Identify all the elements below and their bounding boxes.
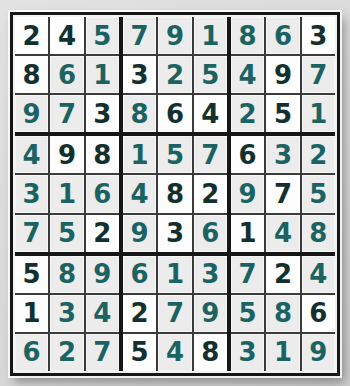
cell-r6c1[interactable]: 7	[15, 215, 48, 252]
cell-r6c7[interactable]: 1	[231, 215, 264, 252]
cell-r5c5[interactable]: 8	[158, 175, 191, 212]
cell-r5c3[interactable]: 6	[86, 175, 119, 212]
cell-r2c9[interactable]: 7	[302, 56, 335, 93]
box-3-2: 613279548	[123, 256, 227, 371]
cell-r9c8[interactable]: 1	[266, 334, 299, 371]
cell-r8c8[interactable]: 8	[266, 295, 299, 332]
cell-r6c3[interactable]: 2	[86, 215, 119, 252]
cell-r3c5[interactable]: 6	[158, 95, 191, 132]
cell-r2c7[interactable]: 4	[231, 56, 264, 93]
cell-r8c3[interactable]: 4	[86, 295, 119, 332]
cell-r1c9[interactable]: 3	[302, 17, 335, 54]
cell-r1c3[interactable]: 5	[86, 17, 119, 54]
cell-r3c9[interactable]: 1	[302, 95, 335, 132]
cell-r7c7[interactable]: 7	[231, 256, 264, 293]
cell-r7c5[interactable]: 1	[158, 256, 191, 293]
box-1-1: 245861973	[15, 17, 119, 132]
cell-r4c4[interactable]: 1	[123, 136, 156, 173]
cell-r1c8[interactable]: 6	[266, 17, 299, 54]
cell-r6c6[interactable]: 6	[194, 215, 227, 252]
cell-r3c6[interactable]: 4	[194, 95, 227, 132]
sudoku-grid: 2458619737913258648634972514983167521574…	[15, 17, 335, 371]
cell-r9c1[interactable]: 6	[15, 334, 48, 371]
cell-r6c5[interactable]: 3	[158, 215, 191, 252]
cell-r2c4[interactable]: 3	[123, 56, 156, 93]
cell-r5c4[interactable]: 4	[123, 175, 156, 212]
cell-r6c4[interactable]: 9	[123, 215, 156, 252]
box-3-3: 724586319	[231, 256, 335, 371]
cell-r4c7[interactable]: 6	[231, 136, 264, 173]
cell-r4c3[interactable]: 8	[86, 136, 119, 173]
cell-r3c8[interactable]: 5	[266, 95, 299, 132]
cell-r9c4[interactable]: 5	[123, 334, 156, 371]
cell-r9c6[interactable]: 8	[194, 334, 227, 371]
cell-r5c1[interactable]: 3	[15, 175, 48, 212]
cell-r8c7[interactable]: 5	[231, 295, 264, 332]
cell-r5c9[interactable]: 5	[302, 175, 335, 212]
cell-r1c7[interactable]: 8	[231, 17, 264, 54]
cell-r1c6[interactable]: 1	[194, 17, 227, 54]
cell-r9c3[interactable]: 7	[86, 334, 119, 371]
cell-r4c8[interactable]: 3	[266, 136, 299, 173]
cell-r7c6[interactable]: 3	[194, 256, 227, 293]
box-2-1: 498316752	[15, 136, 119, 251]
box-2-2: 157482936	[123, 136, 227, 251]
cell-r7c4[interactable]: 6	[123, 256, 156, 293]
box-1-2: 791325864	[123, 17, 227, 132]
cell-r8c6[interactable]: 9	[194, 295, 227, 332]
cell-r9c5[interactable]: 4	[158, 334, 191, 371]
cell-r2c8[interactable]: 9	[266, 56, 299, 93]
cell-r5c6[interactable]: 2	[194, 175, 227, 212]
cell-r5c8[interactable]: 7	[266, 175, 299, 212]
cell-r1c4[interactable]: 7	[123, 17, 156, 54]
cell-r8c9[interactable]: 6	[302, 295, 335, 332]
cell-r2c5[interactable]: 2	[158, 56, 191, 93]
cell-r4c2[interactable]: 9	[50, 136, 83, 173]
cell-r3c3[interactable]: 3	[86, 95, 119, 132]
cell-r1c2[interactable]: 4	[50, 17, 83, 54]
sudoku-board: 2458619737913258648634972514983167521574…	[10, 12, 340, 376]
cell-r3c7[interactable]: 2	[231, 95, 264, 132]
cell-r4c5[interactable]: 5	[158, 136, 191, 173]
cell-r4c9[interactable]: 2	[302, 136, 335, 173]
cell-r8c4[interactable]: 2	[123, 295, 156, 332]
cell-r8c5[interactable]: 7	[158, 295, 191, 332]
cell-r5c7[interactable]: 9	[231, 175, 264, 212]
box-2-3: 632975148	[231, 136, 335, 251]
cell-r7c9[interactable]: 4	[302, 256, 335, 293]
cell-r2c1[interactable]: 8	[15, 56, 48, 93]
cell-r5c2[interactable]: 1	[50, 175, 83, 212]
cell-r3c2[interactable]: 7	[50, 95, 83, 132]
cell-r4c1[interactable]: 4	[15, 136, 48, 173]
cell-r1c5[interactable]: 9	[158, 17, 191, 54]
cell-r6c9[interactable]: 8	[302, 215, 335, 252]
cell-r2c6[interactable]: 5	[194, 56, 227, 93]
cell-r6c2[interactable]: 5	[50, 215, 83, 252]
cell-r4c6[interactable]: 7	[194, 136, 227, 173]
cell-r3c1[interactable]: 9	[15, 95, 48, 132]
cell-r9c2[interactable]: 2	[50, 334, 83, 371]
box-3-1: 589134627	[15, 256, 119, 371]
cell-r3c4[interactable]: 8	[123, 95, 156, 132]
cell-r9c7[interactable]: 3	[231, 334, 264, 371]
cell-r6c8[interactable]: 4	[266, 215, 299, 252]
cell-r7c8[interactable]: 2	[266, 256, 299, 293]
cell-r1c1[interactable]: 2	[15, 17, 48, 54]
cell-r7c2[interactable]: 8	[50, 256, 83, 293]
cell-r9c9[interactable]: 9	[302, 334, 335, 371]
cell-r7c3[interactable]: 9	[86, 256, 119, 293]
cell-r2c3[interactable]: 1	[86, 56, 119, 93]
cell-r2c2[interactable]: 6	[50, 56, 83, 93]
box-1-3: 863497251	[231, 17, 335, 132]
cell-r8c2[interactable]: 3	[50, 295, 83, 332]
cell-r7c1[interactable]: 5	[15, 256, 48, 293]
cell-r8c1[interactable]: 1	[15, 295, 48, 332]
